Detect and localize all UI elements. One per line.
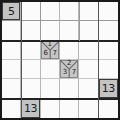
- cell-r3c0[interactable]: [2, 60, 21, 79]
- cell-r1c4[interactable]: [79, 21, 98, 40]
- clue-number: 13: [102, 83, 115, 94]
- cell-r3c5[interactable]: [99, 60, 118, 79]
- cell-r3c1[interactable]: [21, 60, 40, 79]
- tri-clue-bottom-left: 3: [61, 69, 69, 76]
- tri-clue-cell-r3c3: 237: [60, 60, 79, 79]
- cell-r2c3[interactable]: [60, 41, 79, 60]
- tri-clue-bottom-right: 7: [51, 50, 59, 57]
- cell-r0c3[interactable]: [60, 2, 79, 21]
- tri-clue-cell-r2c2: 167: [41, 41, 60, 60]
- cell-r1c1[interactable]: [21, 21, 40, 40]
- cell-r4c0[interactable]: [2, 79, 21, 98]
- clue-number: 5: [8, 6, 15, 17]
- cell-r5c4[interactable]: [79, 99, 98, 118]
- tri-clue-bottom-left: 6: [42, 50, 50, 57]
- cell-grid: 51672371313: [2, 2, 118, 118]
- cell-r4c4[interactable]: [79, 79, 98, 98]
- tri-clue-top: 2: [60, 60, 78, 67]
- cell-r1c3[interactable]: [60, 21, 79, 40]
- clue-cell-r5c1: 13: [21, 99, 40, 118]
- clue-cell-r0c0: 5: [2, 2, 21, 21]
- cell-r0c2[interactable]: [41, 2, 60, 21]
- cell-r5c2[interactable]: [41, 99, 60, 118]
- cell-r4c2[interactable]: [41, 79, 60, 98]
- cell-r3c4[interactable]: [79, 60, 98, 79]
- cell-r5c0[interactable]: [2, 99, 21, 118]
- cell-r2c4[interactable]: [79, 41, 98, 60]
- cell-r1c2[interactable]: [41, 21, 60, 40]
- cell-r4c3[interactable]: [60, 79, 79, 98]
- tri-clue-top: 1: [41, 41, 59, 48]
- cell-r3c2[interactable]: [41, 60, 60, 79]
- cell-r0c1[interactable]: [21, 2, 40, 21]
- tri-clue-bottom-right: 7: [70, 69, 78, 76]
- cell-r2c1[interactable]: [21, 41, 40, 60]
- cell-r5c5[interactable]: [99, 99, 118, 118]
- cell-r0c4[interactable]: [79, 2, 98, 21]
- cell-r5c3[interactable]: [60, 99, 79, 118]
- clue-number: 13: [24, 103, 37, 114]
- cell-r0c5[interactable]: [99, 2, 118, 21]
- puzzle-board: 51672371313: [0, 0, 120, 120]
- cell-r1c0[interactable]: [2, 21, 21, 40]
- cell-r4c1[interactable]: [21, 79, 40, 98]
- cell-r2c0[interactable]: [2, 41, 21, 60]
- cell-r2c5[interactable]: [99, 41, 118, 60]
- cell-r1c5[interactable]: [99, 21, 118, 40]
- clue-cell-r4c5: 13: [99, 79, 118, 98]
